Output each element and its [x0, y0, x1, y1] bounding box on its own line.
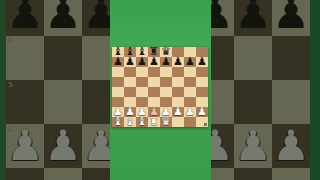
bg-square-left-c-row4: ♟ [82, 124, 110, 168]
bg-black-pawn: ♟ [44, 0, 82, 35]
bg-square-right-g-row5 [234, 168, 272, 180]
bg-square-left-a-row5 [6, 168, 44, 180]
square-g7[interactable]: ♟ [184, 57, 196, 67]
white-queen-e1[interactable]: ♛ [161, 116, 171, 127]
bg-white-pawn: ♟ [82, 125, 110, 167]
bg-black-pawn: ♟ [234, 0, 272, 35]
square-g1[interactable] [184, 117, 196, 127]
bg-square-right-g-row4: ♟ [234, 124, 272, 168]
square-c4[interactable] [136, 87, 148, 97]
bg-square-left-b-row5 [44, 168, 82, 180]
square-f5[interactable] [172, 77, 184, 87]
square-g6[interactable] [184, 67, 196, 77]
bg-square-right-f-row4: ♟ [211, 124, 234, 168]
bg-square-right-f-row2 [211, 36, 234, 80]
bg-square-left-c-row2 [82, 36, 110, 80]
white-rook-d1[interactable]: ♜ [149, 116, 159, 127]
bg-square-right-g-row1: ♟ [234, 0, 272, 36]
black-pawn-h7[interactable]: ♟ [197, 56, 207, 67]
bg-square-right-h-row3 [272, 80, 310, 124]
square-h7[interactable]: ♟ [196, 57, 208, 67]
square-b4[interactable] [124, 87, 136, 97]
bg-square-left-c-row1: ♟ [82, 0, 110, 36]
square-h5[interactable] [196, 77, 208, 87]
white-bishop-b1[interactable]: ♝ [125, 116, 135, 127]
square-c1[interactable]: ♝ [136, 117, 148, 127]
bg-white-pawn: ♟ [272, 125, 310, 167]
square-e6[interactable] [160, 67, 172, 77]
square-f2[interactable]: ♟ [172, 107, 184, 117]
bg-square-left-a-row4: ♟2 [6, 124, 44, 168]
black-pawn-a7[interactable]: ♟ [113, 56, 123, 67]
bg-square-right-h-row5 [272, 168, 310, 180]
bg-square-right-h-row4: ♟ [272, 124, 310, 168]
bg-black-pawn: ♟ [82, 0, 110, 35]
square-a5[interactable] [112, 77, 124, 87]
square-e5[interactable] [160, 77, 172, 87]
square-a4[interactable] [112, 87, 124, 97]
bg-white-pawn: ♟ [44, 125, 82, 167]
bg-rank-label-6: 6 [8, 37, 13, 45]
bg-square-left-b-row2 [44, 36, 82, 80]
bg-square-right-f-row5 [211, 168, 234, 180]
bg-square-right-g-row3 [234, 80, 272, 124]
black-pawn-c7[interactable]: ♟ [137, 56, 147, 67]
square-e1[interactable]: ♛ [160, 117, 172, 127]
bg-square-right-h-row2 [272, 36, 310, 80]
square-e7[interactable]: ♟ [160, 57, 172, 67]
black-pawn-d7[interactable]: ♟ [149, 56, 159, 67]
square-b5[interactable] [124, 77, 136, 87]
square-h4[interactable] [196, 87, 208, 97]
square-e4[interactable] [160, 87, 172, 97]
square-h6[interactable] [196, 67, 208, 77]
bg-square-left-b-row1: ♟ [44, 0, 82, 36]
square-b6[interactable] [124, 67, 136, 77]
bg-rank-label-5: 5 [8, 81, 13, 89]
square-d5[interactable] [148, 77, 160, 87]
bg-square-left-b-row4: ♟ [44, 124, 82, 168]
square-d1[interactable]: ♜ [148, 117, 160, 127]
square-a7[interactable]: ♟ [112, 57, 124, 67]
square-c7[interactable]: ♟ [136, 57, 148, 67]
bg-rank-label-2: 2 [8, 125, 13, 133]
square-c5[interactable] [136, 77, 148, 87]
white-pawn-f2[interactable]: ♟ [173, 106, 183, 117]
square-a6[interactable] [112, 67, 124, 77]
square-c6[interactable] [136, 67, 148, 77]
bg-black-pawn: ♟ [272, 0, 310, 35]
white-bishop-c1[interactable]: ♝ [137, 116, 147, 127]
bg-white-pawn: ♟ [234, 125, 272, 167]
square-g5[interactable] [184, 77, 196, 87]
square-f1[interactable] [172, 117, 184, 127]
bg-black-pawn: ♟ [211, 0, 234, 35]
black-pawn-b7[interactable]: ♟ [125, 56, 135, 67]
bg-black-pawn: ♟ [6, 0, 44, 35]
bg-square-left-a-row1: ♟ [6, 0, 44, 36]
square-b7[interactable]: ♟ [124, 57, 136, 67]
board-corner-mark [204, 123, 207, 126]
chess-board[interactable]: ♝♝♝♜♛♟♟♟♟♟♟♟♟♟♟♟♟♟♟♟♟♝♝♝♜♛ [112, 47, 208, 127]
square-d6[interactable] [148, 67, 160, 77]
square-f7[interactable]: ♟ [172, 57, 184, 67]
square-f4[interactable] [172, 87, 184, 97]
bg-square-right-h-row1: ♟ [272, 0, 310, 36]
bg-square-left-a-row3: 5 [6, 80, 44, 124]
square-g4[interactable] [184, 87, 196, 97]
bg-square-left-c-row3 [82, 80, 110, 124]
bg-square-left-b-row3 [44, 80, 82, 124]
square-d4[interactable] [148, 87, 160, 97]
video-content: ♝♝♝♜♛♟♟♟♟♟♟♟♟♟♟♟♟♟♟♟♟♝♝♝♜♛ [110, 0, 211, 180]
video-frame: ♟♟♟65♟2♟♟ ♟♟♟♟♟♟ ♝♝♝♜♛♟♟♟♟♟♟♟♟♟♟♟♟♟♟♟♟♝♝… [0, 0, 320, 180]
black-pawn-e7[interactable]: ♟ [161, 56, 171, 67]
bg-square-right-g-row2 [234, 36, 272, 80]
background-blur-right: ♟♟♟♟♟♟ [211, 0, 320, 180]
white-bishop-a1[interactable]: ♝ [113, 116, 123, 127]
bg-white-pawn: ♟ [211, 125, 234, 167]
square-a1[interactable]: ♝ [112, 117, 124, 127]
black-pawn-g7[interactable]: ♟ [185, 56, 195, 67]
square-h2[interactable]: ♟ [196, 107, 208, 117]
background-board-left: ♟♟♟65♟2♟♟ [6, 0, 110, 180]
square-g2[interactable]: ♟ [184, 107, 196, 117]
square-b1[interactable]: ♝ [124, 117, 136, 127]
background-board-right: ♟♟♟♟♟♟ [211, 0, 310, 180]
white-pawn-h2[interactable]: ♟ [197, 106, 207, 117]
bg-square-right-f-row1: ♟ [211, 0, 234, 36]
black-pawn-f7[interactable]: ♟ [173, 56, 183, 67]
bg-square-left-a-row2: 6 [6, 36, 44, 80]
bg-square-left-c-row5 [82, 168, 110, 180]
background-blur-left: ♟♟♟65♟2♟♟ [0, 0, 110, 180]
bg-square-right-f-row3 [211, 80, 234, 124]
square-f6[interactable] [172, 67, 184, 77]
white-pawn-g2[interactable]: ♟ [185, 106, 195, 117]
square-d7[interactable]: ♟ [148, 57, 160, 67]
